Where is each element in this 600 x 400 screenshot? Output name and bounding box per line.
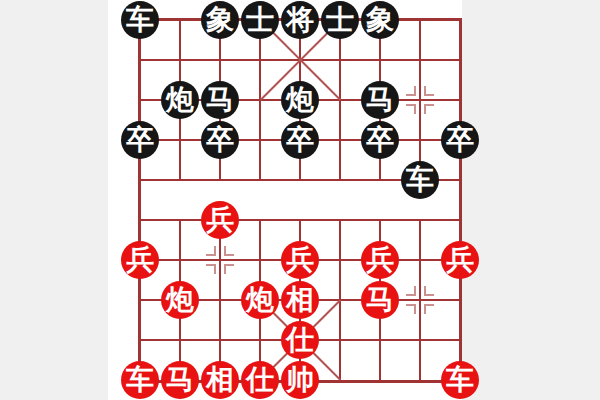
piece-black-elephant[interactable]: 象 — [201, 1, 239, 39]
piece-black-advisor[interactable]: 士 — [241, 1, 279, 39]
piece-red-horse[interactable]: 马 — [161, 361, 199, 399]
piece-red-chariot[interactable]: 车 — [121, 361, 159, 399]
piece-black-soldier[interactable]: 卒 — [121, 121, 159, 159]
piece-black-chariot[interactable]: 车 — [401, 161, 439, 199]
piece-red-soldier[interactable]: 兵 — [281, 241, 319, 279]
piece-black-horse[interactable]: 马 — [361, 81, 399, 119]
piece-black-cannon[interactable]: 炮 — [161, 81, 199, 119]
xiangqi-board-screen: 车象士将士象炮马炮马卒卒卒卒卒车兵兵兵兵兵炮炮相马仕车马相仕帅车 — [0, 0, 600, 400]
piece-black-chariot[interactable]: 车 — [121, 1, 159, 39]
piece-black-soldier[interactable]: 卒 — [201, 121, 239, 159]
piece-red-soldier[interactable]: 兵 — [121, 241, 159, 279]
piece-red-soldier[interactable]: 兵 — [201, 201, 239, 239]
board-grid[interactable]: 车象士将士象炮马炮马卒卒卒卒卒车兵兵兵兵兵炮炮相马仕车马相仕帅车 — [120, 0, 480, 400]
piece-red-elephant[interactable]: 相 — [201, 361, 239, 399]
piece-red-chariot[interactable]: 车 — [441, 361, 479, 399]
piece-red-horse[interactable]: 马 — [361, 281, 399, 319]
piece-red-soldier[interactable]: 兵 — [441, 241, 479, 279]
piece-red-soldier[interactable]: 兵 — [361, 241, 399, 279]
piece-black-soldier[interactable]: 卒 — [361, 121, 399, 159]
piece-black-advisor[interactable]: 士 — [321, 1, 359, 39]
piece-red-general[interactable]: 帅 — [281, 361, 319, 399]
piece-black-soldier[interactable]: 卒 — [281, 121, 319, 159]
piece-red-cannon[interactable]: 炮 — [161, 281, 199, 319]
piece-black-cannon[interactable]: 炮 — [281, 81, 319, 119]
piece-black-horse[interactable]: 马 — [201, 81, 239, 119]
piece-red-advisor[interactable]: 仕 — [281, 321, 319, 359]
piece-red-elephant[interactable]: 相 — [281, 281, 319, 319]
piece-red-cannon[interactable]: 炮 — [241, 281, 279, 319]
piece-black-general[interactable]: 将 — [281, 1, 319, 39]
piece-red-advisor[interactable]: 仕 — [241, 361, 279, 399]
piece-black-soldier[interactable]: 卒 — [441, 121, 479, 159]
piece-black-elephant[interactable]: 象 — [361, 1, 399, 39]
